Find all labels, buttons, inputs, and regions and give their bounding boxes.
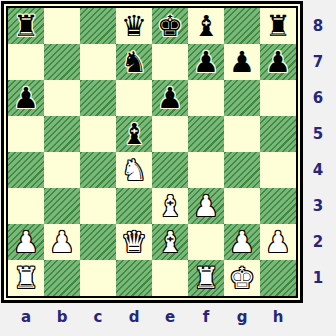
square-b7[interactable]	[44, 44, 80, 80]
square-f2[interactable]	[188, 224, 224, 260]
file-label-d: d	[116, 302, 152, 332]
square-d3[interactable]	[116, 188, 152, 224]
piece-black-knight[interactable]: ♞	[121, 44, 147, 80]
square-g1[interactable]: ♚	[224, 260, 260, 296]
square-f7[interactable]: ♟	[188, 44, 224, 80]
chess-diagram: ♜♛♚♝♜♞♟♟♟♟♟♝♞♝♟♟♟♛♝♟♟♜♜♚ abcdefgh 876543…	[0, 0, 336, 336]
piece-white-pawn[interactable]: ♟	[265, 224, 291, 260]
square-b6[interactable]	[44, 80, 80, 116]
square-f6[interactable]	[188, 80, 224, 116]
file-label-c: c	[80, 302, 116, 332]
rank-label-2: 2	[303, 224, 333, 260]
square-c1[interactable]	[80, 260, 116, 296]
square-e4[interactable]	[152, 152, 188, 188]
piece-white-rook[interactable]: ♜	[13, 260, 39, 296]
piece-black-pawn[interactable]: ♟	[229, 44, 255, 80]
piece-black-pawn[interactable]: ♟	[193, 44, 219, 80]
square-h8[interactable]: ♜	[260, 8, 296, 44]
piece-black-pawn[interactable]: ♟	[13, 80, 39, 116]
square-c3[interactable]	[80, 188, 116, 224]
square-g3[interactable]	[224, 188, 260, 224]
square-a8[interactable]: ♜	[8, 8, 44, 44]
square-d2[interactable]: ♛	[116, 224, 152, 260]
square-g5[interactable]	[224, 116, 260, 152]
piece-white-knight[interactable]: ♞	[121, 152, 147, 188]
square-a3[interactable]	[8, 188, 44, 224]
square-c7[interactable]	[80, 44, 116, 80]
square-d4[interactable]: ♞	[116, 152, 152, 188]
square-e2[interactable]: ♝	[152, 224, 188, 260]
square-g6[interactable]	[224, 80, 260, 116]
piece-white-rook[interactable]: ♜	[193, 260, 219, 296]
square-b2[interactable]: ♟	[44, 224, 80, 260]
piece-white-pawn[interactable]: ♟	[229, 224, 255, 260]
chess-board: ♜♛♚♝♜♞♟♟♟♟♟♝♞♝♟♟♟♛♝♟♟♜♜♚	[6, 6, 298, 298]
piece-black-bishop[interactable]: ♝	[121, 116, 147, 152]
file-label-a: a	[8, 302, 44, 332]
file-label-f: f	[188, 302, 224, 332]
file-label-g: g	[224, 302, 260, 332]
piece-white-queen[interactable]: ♛	[121, 224, 147, 260]
rank-label-8: 8	[303, 8, 333, 44]
square-b8[interactable]	[44, 8, 80, 44]
square-e1[interactable]	[152, 260, 188, 296]
square-h3[interactable]	[260, 188, 296, 224]
square-c4[interactable]	[80, 152, 116, 188]
piece-black-queen[interactable]: ♛	[121, 8, 147, 44]
piece-white-bishop[interactable]: ♝	[157, 188, 183, 224]
square-h4[interactable]	[260, 152, 296, 188]
square-d7[interactable]: ♞	[116, 44, 152, 80]
square-h7[interactable]: ♟	[260, 44, 296, 80]
square-e3[interactable]: ♝	[152, 188, 188, 224]
square-f4[interactable]	[188, 152, 224, 188]
rank-labels: 87654321	[303, 8, 333, 296]
square-e8[interactable]: ♚	[152, 8, 188, 44]
square-h5[interactable]	[260, 116, 296, 152]
piece-white-pawn[interactable]: ♟	[13, 224, 39, 260]
square-c8[interactable]	[80, 8, 116, 44]
square-b3[interactable]	[44, 188, 80, 224]
square-a4[interactable]	[8, 152, 44, 188]
square-b1[interactable]	[44, 260, 80, 296]
rank-label-3: 3	[303, 188, 333, 224]
square-f1[interactable]: ♜	[188, 260, 224, 296]
square-a5[interactable]	[8, 116, 44, 152]
piece-black-bishop[interactable]: ♝	[193, 8, 219, 44]
square-a1[interactable]: ♜	[8, 260, 44, 296]
square-g7[interactable]: ♟	[224, 44, 260, 80]
square-h1[interactable]	[260, 260, 296, 296]
rank-label-1: 1	[303, 260, 333, 296]
file-labels: abcdefgh	[8, 302, 296, 332]
square-d6[interactable]	[116, 80, 152, 116]
piece-white-bishop[interactable]: ♝	[157, 224, 183, 260]
square-g2[interactable]: ♟	[224, 224, 260, 260]
file-label-h: h	[260, 302, 296, 332]
piece-black-rook[interactable]: ♜	[265, 8, 291, 44]
rank-label-5: 5	[303, 116, 333, 152]
piece-black-king[interactable]: ♚	[157, 8, 183, 44]
square-e7[interactable]	[152, 44, 188, 80]
square-c2[interactable]	[80, 224, 116, 260]
square-h6[interactable]	[260, 80, 296, 116]
square-b5[interactable]	[44, 116, 80, 152]
square-e6[interactable]: ♟	[152, 80, 188, 116]
square-f3[interactable]: ♟	[188, 188, 224, 224]
square-b4[interactable]	[44, 152, 80, 188]
piece-black-pawn[interactable]: ♟	[157, 80, 183, 116]
square-f5[interactable]	[188, 116, 224, 152]
rank-label-4: 4	[303, 152, 333, 188]
square-a7[interactable]	[8, 44, 44, 80]
square-d8[interactable]: ♛	[116, 8, 152, 44]
square-g4[interactable]	[224, 152, 260, 188]
rank-label-7: 7	[303, 44, 333, 80]
piece-black-rook[interactable]: ♜	[13, 8, 39, 44]
file-label-e: e	[152, 302, 188, 332]
square-g8[interactable]	[224, 8, 260, 44]
piece-black-pawn[interactable]: ♟	[265, 44, 291, 80]
square-h2[interactable]: ♟	[260, 224, 296, 260]
square-f8[interactable]: ♝	[188, 8, 224, 44]
piece-white-pawn[interactable]: ♟	[193, 188, 219, 224]
square-c5[interactable]	[80, 116, 116, 152]
piece-white-pawn[interactable]: ♟	[49, 224, 75, 260]
square-d5[interactable]: ♝	[116, 116, 152, 152]
square-a2[interactable]: ♟	[8, 224, 44, 260]
board-frame: ♜♛♚♝♜♞♟♟♟♟♟♝♞♝♟♟♟♛♝♟♟♜♜♚	[1, 1, 303, 303]
piece-white-king[interactable]: ♚	[229, 260, 255, 296]
square-c6[interactable]	[80, 80, 116, 116]
rank-label-6: 6	[303, 80, 333, 116]
square-d1[interactable]	[116, 260, 152, 296]
square-a6[interactable]: ♟	[8, 80, 44, 116]
square-e5[interactable]	[152, 116, 188, 152]
file-label-b: b	[44, 302, 80, 332]
